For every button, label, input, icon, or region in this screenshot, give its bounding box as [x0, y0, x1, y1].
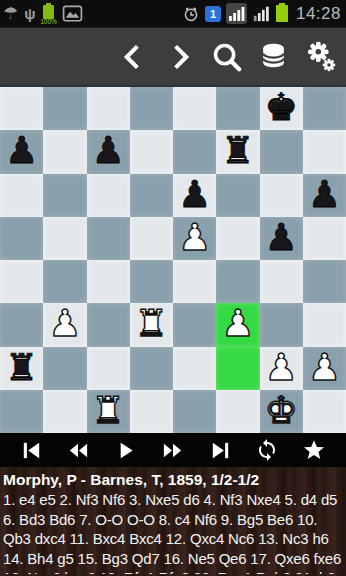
black-pawn-icon: ♟ — [92, 132, 125, 169]
square-d1[interactable] — [130, 390, 173, 433]
square-a7[interactable]: ♟ — [0, 130, 43, 173]
chess-board: ♚♟♟♜♟♟♟♟♟♜♟♜♟♟♜♚ — [0, 87, 346, 433]
square-d8[interactable] — [130, 87, 173, 130]
rewind-button[interactable] — [62, 433, 96, 467]
game-title: Morphy, P - Barnes, T, 1859, 1/2-1/2 — [3, 469, 343, 490]
gallery-icon — [62, 5, 83, 22]
square-e1[interactable] — [173, 390, 216, 433]
square-b6[interactable] — [43, 174, 86, 217]
forward-chevron-icon — [165, 41, 195, 73]
skip-to-start-icon — [20, 439, 43, 462]
fast-forward-icon — [161, 439, 184, 462]
square-c8[interactable] — [87, 87, 130, 130]
square-d5[interactable] — [130, 217, 173, 260]
square-f3[interactable]: ♟ — [216, 303, 259, 346]
fast-forward-button[interactable] — [156, 433, 190, 467]
square-a2[interactable]: ♜ — [0, 347, 43, 390]
square-c2[interactable] — [87, 347, 130, 390]
square-b3[interactable]: ♟ — [43, 303, 86, 346]
black-pawn-icon: ♟ — [178, 176, 211, 213]
white-pawn-icon: ♟ — [308, 349, 341, 386]
move-list[interactable]: 1. e4 e5 2. Nf3 Nf6 3. Nxe5 d6 4. Nf3 Nx… — [3, 490, 343, 574]
square-h4[interactable] — [303, 260, 346, 303]
status-bar: ☂ ψ 100% 1 — [0, 0, 346, 28]
square-a8[interactable] — [0, 87, 43, 130]
square-f4[interactable] — [216, 260, 259, 303]
square-f5[interactable] — [216, 217, 259, 260]
white-rook-icon: ♜ — [92, 392, 125, 429]
square-f2[interactable] — [216, 347, 259, 390]
square-b5[interactable] — [43, 217, 86, 260]
square-e5[interactable]: ♟ — [173, 217, 216, 260]
square-d3[interactable]: ♜ — [130, 303, 173, 346]
alarm-clock-icon — [182, 5, 200, 23]
status-right-group: 1 14:28 — [182, 3, 343, 24]
square-a6[interactable] — [0, 174, 43, 217]
white-pawn-icon: ♟ — [48, 305, 81, 342]
square-g6[interactable] — [260, 174, 303, 217]
black-king-icon: ♚ — [265, 89, 298, 126]
square-h7[interactable] — [303, 130, 346, 173]
square-f1[interactable] — [216, 390, 259, 433]
square-b4[interactable] — [43, 260, 86, 303]
square-h3[interactable] — [303, 303, 346, 346]
toolbar — [0, 28, 346, 87]
square-f6[interactable] — [216, 174, 259, 217]
square-c6[interactable] — [87, 174, 130, 217]
square-c7[interactable]: ♟ — [87, 130, 130, 173]
square-g7[interactable] — [260, 130, 303, 173]
white-king-icon: ♚ — [265, 392, 298, 429]
notification-badge: 1 — [205, 6, 221, 22]
black-pawn-icon: ♟ — [265, 219, 298, 256]
square-g5[interactable]: ♟ — [260, 217, 303, 260]
square-h5[interactable] — [303, 217, 346, 260]
square-d6[interactable] — [130, 174, 173, 217]
signal-bars-icon — [252, 4, 271, 23]
square-a4[interactable] — [0, 260, 43, 303]
square-d7[interactable] — [130, 130, 173, 173]
square-a3[interactable] — [0, 303, 43, 346]
white-rook-icon: ♜ — [135, 305, 168, 342]
square-d4[interactable] — [130, 260, 173, 303]
usb-icon: ψ — [24, 6, 35, 21]
white-pawn-icon: ♟ — [221, 305, 254, 342]
sync-icon — [255, 438, 279, 462]
square-d2[interactable] — [130, 347, 173, 390]
square-a5[interactable] — [0, 217, 43, 260]
play-icon — [114, 439, 137, 462]
square-h8[interactable] — [303, 87, 346, 130]
sim-signal-icon — [226, 3, 247, 24]
square-b1[interactable] — [43, 390, 86, 433]
square-c3[interactable] — [87, 303, 130, 346]
square-g8[interactable]: ♚ — [260, 87, 303, 130]
square-b2[interactable] — [43, 347, 86, 390]
move-navigation-bar — [0, 433, 346, 467]
square-g3[interactable] — [260, 303, 303, 346]
square-b8[interactable] — [43, 87, 86, 130]
square-e4[interactable] — [173, 260, 216, 303]
game-info-panel: Morphy, P - Barnes, T, 1859, 1/2-1/2 1. … — [0, 467, 346, 576]
skip-to-end-icon — [209, 439, 232, 462]
rewind-icon — [67, 439, 90, 462]
battery-full-icon: 100% — [42, 3, 56, 25]
search-button[interactable] — [203, 28, 250, 85]
skip-to-end-button[interactable] — [203, 433, 237, 467]
square-h1[interactable] — [303, 390, 346, 433]
square-g4[interactable] — [260, 260, 303, 303]
white-pawn-icon: ♟ — [178, 219, 211, 256]
square-c1[interactable]: ♜ — [87, 390, 130, 433]
back-chevron-icon — [118, 41, 148, 73]
favorite-button[interactable] — [297, 433, 331, 467]
black-rook-icon: ♜ — [221, 132, 254, 169]
square-e8[interactable] — [173, 87, 216, 130]
square-f8[interactable] — [216, 87, 259, 130]
sync-flip-button[interactable] — [250, 433, 284, 467]
star-icon — [302, 438, 326, 462]
square-h6[interactable]: ♟ — [303, 174, 346, 217]
square-b7[interactable] — [43, 130, 86, 173]
clock-time: 14:28 — [296, 4, 341, 24]
square-a1[interactable] — [0, 390, 43, 433]
square-c4[interactable] — [87, 260, 130, 303]
square-e2[interactable] — [173, 347, 216, 390]
square-g2[interactable]: ♟ — [260, 347, 303, 390]
black-pawn-icon: ♟ — [308, 176, 341, 213]
search-icon — [210, 40, 244, 74]
black-pawn-icon: ♟ — [5, 132, 38, 169]
umbrella-icon: ☂ — [3, 5, 18, 22]
square-c5[interactable] — [87, 217, 130, 260]
next-game-button[interactable] — [156, 28, 203, 85]
battery-icon — [276, 5, 288, 22]
status-left-group: ☂ ψ 100% — [3, 3, 83, 25]
black-rook-icon: ♜ — [5, 349, 38, 386]
database-button[interactable] — [250, 28, 297, 85]
square-e7[interactable] — [173, 130, 216, 173]
white-pawn-icon: ♟ — [265, 349, 298, 386]
database-icon — [258, 41, 289, 72]
settings-button[interactable] — [297, 28, 344, 85]
square-f7[interactable]: ♜ — [216, 130, 259, 173]
square-h2[interactable]: ♟ — [303, 347, 346, 390]
previous-game-button[interactable] — [109, 28, 156, 85]
play-button[interactable] — [109, 433, 143, 467]
gears-icon — [303, 39, 338, 74]
square-e3[interactable] — [173, 303, 216, 346]
square-g1[interactable]: ♚ — [260, 390, 303, 433]
battery-percent-label: 100% — [40, 19, 57, 25]
square-e6[interactable]: ♟ — [173, 174, 216, 217]
skip-to-start-button[interactable] — [15, 433, 49, 467]
